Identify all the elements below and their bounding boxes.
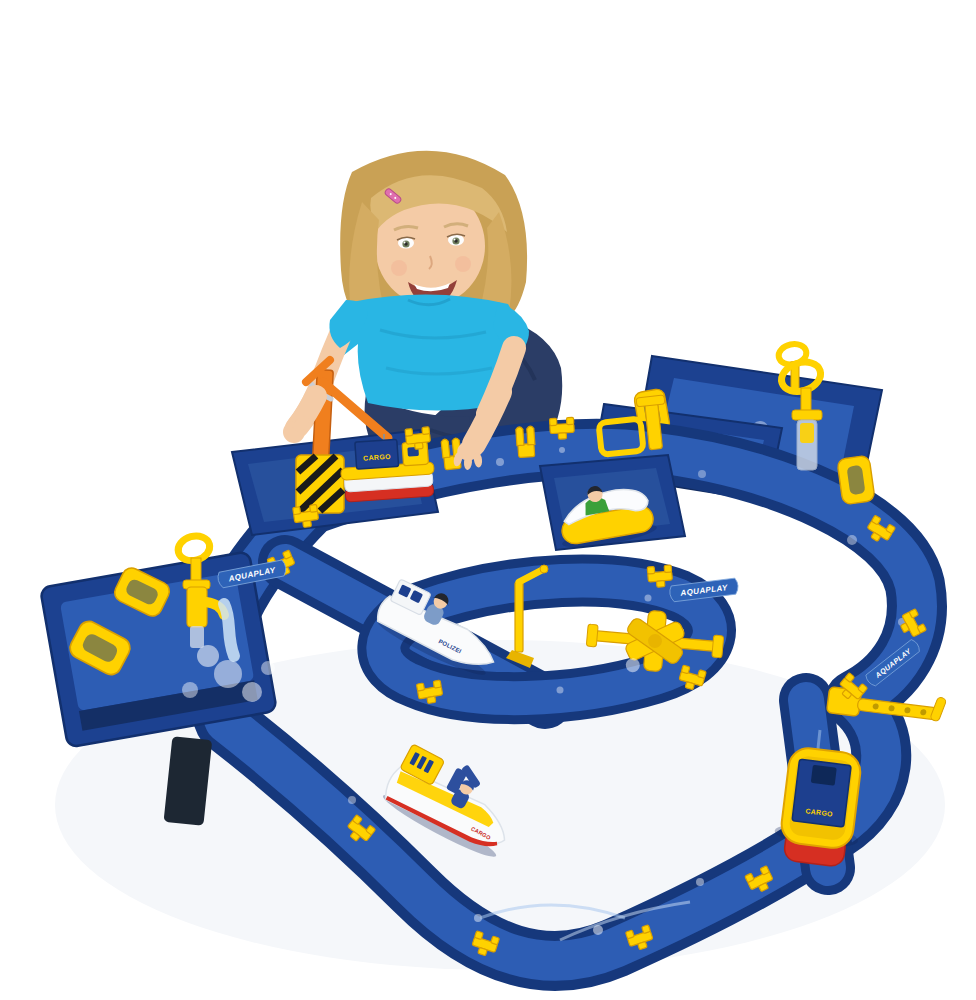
lock-gate-right (837, 455, 875, 505)
plunger-stem (801, 388, 811, 412)
pour-stream (224, 604, 234, 656)
splash-blob (182, 682, 198, 698)
paddle-endcap-right (712, 635, 724, 658)
crane-base (296, 455, 344, 513)
cheek-left (391, 260, 407, 276)
paddle-endcap-left (586, 624, 598, 647)
barge-container-slot (811, 765, 837, 786)
sparkle (557, 687, 564, 694)
sparkle (698, 470, 706, 478)
sparkle (496, 458, 504, 466)
plunger-collar (792, 410, 822, 420)
glint-left (404, 242, 406, 244)
pump-body (187, 587, 207, 627)
splash-blob (261, 661, 275, 675)
sparkle (645, 595, 652, 602)
pump-cylinder (190, 626, 204, 648)
sparkle (348, 796, 356, 804)
splash-blob (197, 645, 219, 667)
sparkle (847, 535, 857, 545)
glint-right (454, 239, 456, 241)
splash-blob (214, 660, 242, 688)
product-photo: AQUAPLAY (0, 0, 976, 1000)
plunger-piston (800, 423, 814, 443)
crank-knob (540, 565, 548, 573)
photo-stage: AQUAPLAY (0, 0, 976, 1000)
crank-stem (515, 582, 523, 652)
sparkle (696, 878, 704, 886)
splash-blob (242, 682, 262, 702)
cheek-right (455, 256, 471, 272)
sparkle (559, 447, 565, 453)
